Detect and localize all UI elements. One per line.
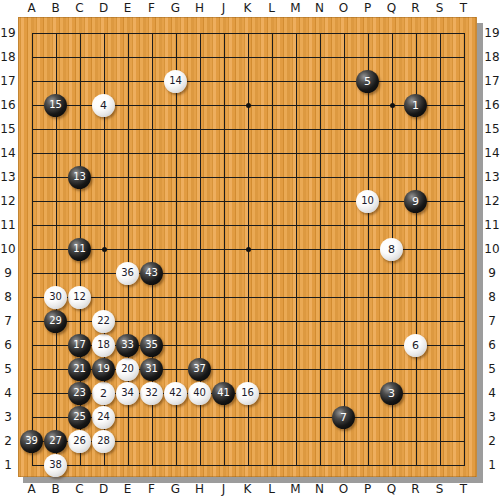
grid-line-vertical — [368, 33, 369, 466]
stone-white-34-E4[interactable]: 34 — [116, 382, 139, 405]
col-label-bottom-L: L — [260, 481, 284, 497]
row-label-right-9: 9 — [484, 265, 500, 281]
stone-white-16-K4[interactable]: 16 — [236, 382, 259, 405]
stone-black-25-C3[interactable]: 25 — [68, 406, 91, 429]
col-label-top-L: L — [260, 0, 284, 16]
stone-black-31-F5[interactable]: 31 — [140, 358, 163, 381]
col-label-top-T: T — [452, 0, 476, 16]
stone-white-22-D7[interactable]: 22 — [92, 310, 115, 333]
grid-line-horizontal — [32, 273, 465, 274]
move-number: 5 — [364, 76, 371, 87]
col-label-top-A: A — [20, 0, 44, 16]
move-number: 1 — [412, 100, 419, 111]
move-number: 12 — [73, 292, 86, 302]
col-label-bottom-H: H — [188, 481, 212, 497]
row-label-left-7: 7 — [0, 313, 16, 329]
stone-white-4-D16[interactable]: 4 — [92, 94, 115, 117]
star-point-D10 — [102, 247, 107, 252]
move-number: 40 — [193, 388, 206, 398]
move-number: 16 — [241, 388, 254, 398]
row-label-left-11: 11 — [0, 217, 16, 233]
row-label-right-18: 18 — [484, 49, 500, 65]
row-label-left-9: 9 — [0, 265, 16, 281]
row-label-left-2: 2 — [0, 433, 16, 449]
move-number: 27 — [49, 436, 62, 446]
move-number: 28 — [97, 436, 110, 446]
col-label-bottom-D: D — [92, 481, 116, 497]
row-label-right-8: 8 — [484, 289, 500, 305]
move-number: 13 — [73, 172, 86, 182]
col-label-bottom-E: E — [116, 481, 140, 497]
stone-white-6-R6[interactable]: 6 — [404, 334, 427, 357]
stone-black-5-P17[interactable]: 5 — [356, 70, 379, 93]
stone-white-30-B8[interactable]: 30 — [44, 286, 67, 309]
move-number: 21 — [73, 364, 86, 374]
stone-white-24-D3[interactable]: 24 — [92, 406, 115, 429]
move-number: 9 — [412, 196, 419, 207]
row-label-left-19: 19 — [0, 25, 16, 41]
row-label-right-7: 7 — [484, 313, 500, 329]
move-number: 39 — [25, 436, 38, 446]
stone-black-27-B2[interactable]: 27 — [44, 430, 67, 453]
stone-white-8-Q10[interactable]: 8 — [380, 238, 403, 261]
row-label-right-11: 11 — [484, 217, 500, 233]
row-label-right-1: 1 — [484, 457, 500, 473]
move-number: 32 — [145, 388, 158, 398]
col-label-bottom-C: C — [68, 481, 92, 497]
row-label-right-17: 17 — [484, 73, 500, 89]
row-label-left-15: 15 — [0, 121, 16, 137]
grid-line-vertical — [272, 33, 273, 466]
move-number: 25 — [73, 412, 86, 422]
stone-black-29-B7[interactable]: 29 — [44, 310, 67, 333]
star-point-K16 — [246, 103, 251, 108]
col-label-top-E: E — [116, 0, 140, 16]
stone-black-13-C13[interactable]: 13 — [68, 166, 91, 189]
stone-black-11-C10[interactable]: 11 — [68, 238, 91, 261]
row-label-right-19: 19 — [484, 25, 500, 41]
col-label-bottom-Q: Q — [380, 481, 404, 497]
stone-white-14-G17[interactable]: 14 — [164, 70, 187, 93]
star-point-Q16 — [390, 103, 395, 108]
stone-black-41-J4[interactable]: 41 — [212, 382, 235, 405]
col-label-top-D: D — [92, 0, 116, 16]
col-label-bottom-B: B — [44, 481, 68, 497]
stone-black-19-D5[interactable]: 19 — [92, 358, 115, 381]
star-point-K10 — [246, 247, 251, 252]
move-number: 19 — [97, 364, 110, 374]
row-label-left-16: 16 — [0, 97, 16, 113]
move-number: 33 — [121, 340, 134, 350]
go-game-diagram: AABBCCDDEEFFGGHHJJKKLLMMNNOOPPQQRRSSTT19… — [0, 0, 500, 500]
col-label-top-M: M — [284, 0, 308, 16]
col-label-top-C: C — [68, 0, 92, 16]
move-number: 8 — [388, 244, 395, 255]
col-label-bottom-J: J — [212, 481, 236, 497]
grid-line-vertical — [296, 33, 297, 466]
move-number: 35 — [145, 340, 158, 350]
stone-white-36-E9[interactable]: 36 — [116, 262, 139, 285]
stone-white-26-C2[interactable]: 26 — [68, 430, 91, 453]
move-number: 31 — [145, 364, 158, 374]
col-label-top-P: P — [356, 0, 380, 16]
col-label-top-N: N — [308, 0, 332, 16]
move-number: 36 — [121, 268, 134, 278]
row-label-right-15: 15 — [484, 121, 500, 137]
col-label-top-B: B — [44, 0, 68, 16]
col-label-top-K: K — [236, 0, 260, 16]
col-label-bottom-M: M — [284, 481, 308, 497]
row-label-left-10: 10 — [0, 241, 16, 257]
stone-black-9-R12[interactable]: 9 — [404, 190, 427, 213]
col-label-bottom-G: G — [164, 481, 188, 497]
stone-white-38-B1[interactable]: 38 — [44, 454, 67, 477]
move-number: 42 — [169, 388, 182, 398]
stone-white-42-G4[interactable]: 42 — [164, 382, 187, 405]
row-label-left-14: 14 — [0, 145, 16, 161]
move-number: 30 — [49, 292, 62, 302]
row-label-left-17: 17 — [0, 73, 16, 89]
row-label-left-13: 13 — [0, 169, 16, 185]
row-label-left-4: 4 — [0, 385, 16, 401]
row-label-left-8: 8 — [0, 289, 16, 305]
col-label-bottom-R: R — [404, 481, 428, 497]
move-number: 18 — [97, 340, 110, 350]
stone-black-39-A2[interactable]: 39 — [20, 430, 43, 453]
col-label-bottom-O: O — [332, 481, 356, 497]
col-label-top-F: F — [140, 0, 164, 16]
stone-white-2-D4[interactable]: 2 — [92, 382, 115, 405]
stone-black-3-Q4[interactable]: 3 — [380, 382, 403, 405]
move-number: 22 — [97, 316, 110, 326]
stone-black-7-O3[interactable]: 7 — [332, 406, 355, 429]
col-label-bottom-K: K — [236, 481, 260, 497]
stone-white-20-E5[interactable]: 20 — [116, 358, 139, 381]
move-number: 24 — [97, 412, 110, 422]
move-number: 4 — [100, 100, 107, 111]
move-number: 23 — [73, 388, 86, 398]
row-label-right-2: 2 — [484, 433, 500, 449]
row-label-right-13: 13 — [484, 169, 500, 185]
row-label-left-18: 18 — [0, 49, 16, 65]
row-label-right-5: 5 — [484, 361, 500, 377]
move-number: 43 — [145, 268, 158, 278]
move-number: 10 — [361, 196, 374, 206]
grid-line-vertical — [320, 33, 321, 466]
col-label-top-Q: Q — [380, 0, 404, 16]
grid-line-vertical — [440, 33, 441, 466]
row-label-left-6: 6 — [0, 337, 16, 353]
move-number: 11 — [73, 244, 86, 254]
col-label-bottom-N: N — [308, 481, 332, 497]
stone-black-23-C4[interactable]: 23 — [68, 382, 91, 405]
stone-black-33-E6[interactable]: 33 — [116, 334, 139, 357]
move-number: 26 — [73, 436, 86, 446]
col-label-top-G: G — [164, 0, 188, 16]
row-label-right-10: 10 — [484, 241, 500, 257]
row-label-right-4: 4 — [484, 385, 500, 401]
stone-white-40-H4[interactable]: 40 — [188, 382, 211, 405]
col-label-bottom-T: T — [452, 481, 476, 497]
stone-black-17-C6[interactable]: 17 — [68, 334, 91, 357]
stone-black-43-F9[interactable]: 43 — [140, 262, 163, 285]
move-number: 38 — [49, 460, 62, 470]
row-label-right-14: 14 — [484, 145, 500, 161]
row-label-left-5: 5 — [0, 361, 16, 377]
row-label-right-3: 3 — [484, 409, 500, 425]
col-label-bottom-S: S — [428, 481, 452, 497]
stone-white-32-F4[interactable]: 32 — [140, 382, 163, 405]
move-number: 2 — [100, 388, 107, 399]
row-label-left-1: 1 — [0, 457, 16, 473]
move-number: 3 — [388, 388, 395, 399]
move-number: 17 — [73, 340, 86, 350]
col-label-top-O: O — [332, 0, 356, 16]
row-label-right-16: 16 — [484, 97, 500, 113]
move-number: 29 — [49, 316, 62, 326]
board-drop-shadow-right — [477, 23, 483, 483]
grid-line-vertical — [464, 33, 465, 466]
stone-black-1-R16[interactable]: 1 — [404, 94, 427, 117]
row-label-right-12: 12 — [484, 193, 500, 209]
stone-black-21-C5[interactable]: 21 — [68, 358, 91, 381]
row-label-left-3: 3 — [0, 409, 16, 425]
move-number: 15 — [49, 100, 62, 110]
stone-black-35-F6[interactable]: 35 — [140, 334, 163, 357]
col-label-bottom-P: P — [356, 481, 380, 497]
move-number: 7 — [340, 412, 347, 423]
move-number: 14 — [169, 76, 182, 86]
move-number: 6 — [412, 340, 419, 351]
row-label-left-12: 12 — [0, 193, 16, 209]
stone-black-15-B16[interactable]: 15 — [44, 94, 67, 117]
grid-line-vertical — [344, 33, 345, 466]
col-label-top-H: H — [188, 0, 212, 16]
move-number: 41 — [217, 388, 230, 398]
move-number: 34 — [121, 388, 134, 398]
stone-white-12-C8[interactable]: 12 — [68, 286, 91, 309]
move-number: 37 — [193, 364, 206, 374]
move-number: 20 — [121, 364, 134, 374]
col-label-bottom-F: F — [140, 481, 164, 497]
col-label-top-R: R — [404, 0, 428, 16]
row-label-right-6: 6 — [484, 337, 500, 353]
stone-white-18-D6[interactable]: 18 — [92, 334, 115, 357]
col-label-bottom-A: A — [20, 481, 44, 497]
stone-white-10-P12[interactable]: 10 — [356, 190, 379, 213]
stone-white-28-D2[interactable]: 28 — [92, 430, 115, 453]
col-label-top-J: J — [212, 0, 236, 16]
grid-line-horizontal — [32, 297, 465, 298]
col-label-top-S: S — [428, 0, 452, 16]
stone-black-37-H5[interactable]: 37 — [188, 358, 211, 381]
grid-line-horizontal — [32, 465, 465, 466]
